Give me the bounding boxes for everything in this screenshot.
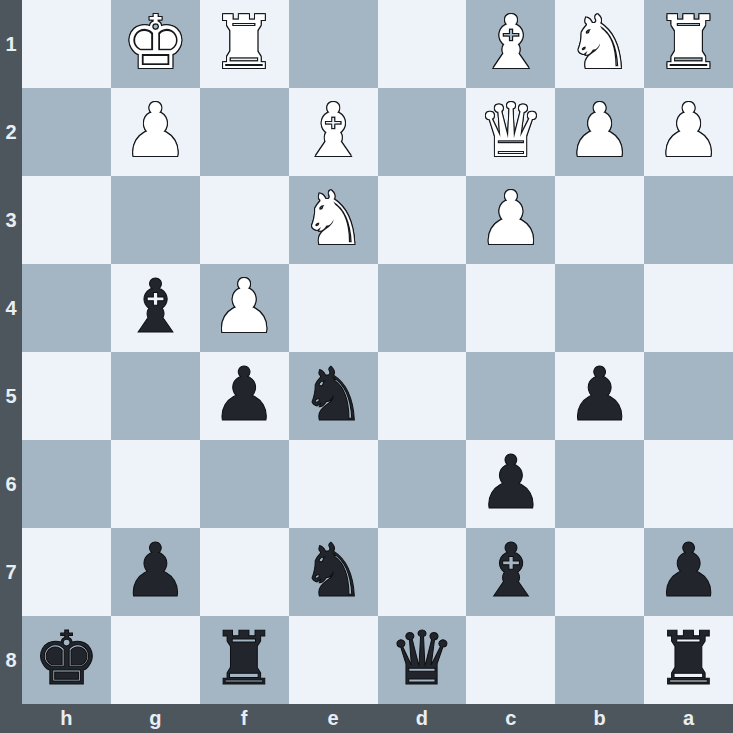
black-knight-icon[interactable]: ♞ xyxy=(300,533,366,607)
black-bishop-icon[interactable]: ♝ xyxy=(478,533,544,607)
rank-label-8: 8 xyxy=(0,616,22,704)
square-e8[interactable] xyxy=(289,616,378,704)
square-h1[interactable] xyxy=(22,0,111,88)
file-label-f: f xyxy=(200,704,289,733)
square-b6[interactable] xyxy=(555,440,644,528)
file-label-c: c xyxy=(466,704,555,733)
chessboard: ♚♜♝♞♜♟♝♛♟♟♞♟♝♟♟♞♟♟♟♞♝♟♚♜♛♜ xyxy=(22,0,733,704)
black-pawn-icon[interactable]: ♟ xyxy=(122,533,188,607)
black-queen-icon[interactable]: ♛ xyxy=(389,621,455,695)
rank-label-4: 4 xyxy=(0,264,22,352)
file-label-e: e xyxy=(289,704,378,733)
black-rook-icon[interactable]: ♜ xyxy=(211,621,277,695)
square-e6[interactable] xyxy=(289,440,378,528)
square-b5[interactable]: ♟ xyxy=(555,352,644,440)
square-e2[interactable]: ♝ xyxy=(289,88,378,176)
square-a2[interactable]: ♟ xyxy=(644,88,733,176)
square-e1[interactable] xyxy=(289,0,378,88)
square-c3[interactable]: ♟ xyxy=(466,176,555,264)
black-pawn-icon[interactable]: ♟ xyxy=(567,357,633,431)
black-pawn-icon[interactable]: ♟ xyxy=(655,533,721,607)
rank-label-7: 7 xyxy=(0,528,22,616)
rank-label-5: 5 xyxy=(0,352,22,440)
square-f5[interactable]: ♟ xyxy=(200,352,289,440)
square-b2[interactable]: ♟ xyxy=(555,88,644,176)
square-a4[interactable] xyxy=(644,264,733,352)
square-d3[interactable] xyxy=(378,176,467,264)
white-rook-icon[interactable]: ♜ xyxy=(655,5,721,79)
square-h8[interactable]: ♚ xyxy=(22,616,111,704)
square-d8[interactable]: ♛ xyxy=(378,616,467,704)
square-e7[interactable]: ♞ xyxy=(289,528,378,616)
square-a1[interactable]: ♜ xyxy=(644,0,733,88)
square-b8[interactable] xyxy=(555,616,644,704)
square-c7[interactable]: ♝ xyxy=(466,528,555,616)
square-f1[interactable]: ♜ xyxy=(200,0,289,88)
square-f6[interactable] xyxy=(200,440,289,528)
square-c2[interactable]: ♛ xyxy=(466,88,555,176)
white-pawn-icon[interactable]: ♟ xyxy=(655,93,721,167)
file-label-h: h xyxy=(22,704,111,733)
square-g7[interactable]: ♟ xyxy=(111,528,200,616)
square-h3[interactable] xyxy=(22,176,111,264)
square-g3[interactable] xyxy=(111,176,200,264)
rank-label-2: 2 xyxy=(0,88,22,176)
white-pawn-icon[interactable]: ♟ xyxy=(567,93,633,167)
square-d1[interactable] xyxy=(378,0,467,88)
black-rook-icon[interactable]: ♜ xyxy=(655,621,721,695)
chess-diagram: 12345678 ♚♜♝♞♜♟♝♛♟♟♞♟♝♟♟♞♟♟♟♞♝♟♚♜♛♜ hgfe… xyxy=(0,0,733,733)
square-g2[interactable]: ♟ xyxy=(111,88,200,176)
black-knight-icon[interactable]: ♞ xyxy=(300,357,366,431)
square-f3[interactable] xyxy=(200,176,289,264)
square-d4[interactable] xyxy=(378,264,467,352)
white-pawn-icon[interactable]: ♟ xyxy=(211,269,277,343)
rank-label-6: 6 xyxy=(0,440,22,528)
square-c5[interactable] xyxy=(466,352,555,440)
square-h6[interactable] xyxy=(22,440,111,528)
square-b4[interactable] xyxy=(555,264,644,352)
white-knight-icon[interactable]: ♞ xyxy=(300,181,366,255)
square-b1[interactable]: ♞ xyxy=(555,0,644,88)
rank-label-3: 3 xyxy=(0,176,22,264)
square-c1[interactable]: ♝ xyxy=(466,0,555,88)
square-a8[interactable]: ♜ xyxy=(644,616,733,704)
square-a3[interactable] xyxy=(644,176,733,264)
square-b3[interactable] xyxy=(555,176,644,264)
square-d5[interactable] xyxy=(378,352,467,440)
square-f7[interactable] xyxy=(200,528,289,616)
square-h2[interactable] xyxy=(22,88,111,176)
file-label-g: g xyxy=(111,704,200,733)
white-rook-icon[interactable]: ♜ xyxy=(211,5,277,79)
file-label-b: b xyxy=(555,704,644,733)
black-king-icon[interactable]: ♚ xyxy=(33,621,99,695)
white-pawn-icon[interactable]: ♟ xyxy=(122,93,188,167)
white-knight-icon[interactable]: ♞ xyxy=(567,5,633,79)
square-h4[interactable] xyxy=(22,264,111,352)
square-g6[interactable] xyxy=(111,440,200,528)
square-h5[interactable] xyxy=(22,352,111,440)
square-a7[interactable]: ♟ xyxy=(644,528,733,616)
square-c4[interactable] xyxy=(466,264,555,352)
black-pawn-icon[interactable]: ♟ xyxy=(211,357,277,431)
rank-label-1: 1 xyxy=(0,0,22,88)
file-label-a: a xyxy=(644,704,733,733)
square-g4[interactable]: ♝ xyxy=(111,264,200,352)
square-f2[interactable] xyxy=(200,88,289,176)
file-labels-gutter: hgfedcba xyxy=(22,704,733,733)
square-d2[interactable] xyxy=(378,88,467,176)
square-e4[interactable] xyxy=(289,264,378,352)
square-b7[interactable] xyxy=(555,528,644,616)
square-a6[interactable] xyxy=(644,440,733,528)
square-f8[interactable]: ♜ xyxy=(200,616,289,704)
black-pawn-icon[interactable]: ♟ xyxy=(478,445,544,519)
square-a5[interactable] xyxy=(644,352,733,440)
square-g5[interactable] xyxy=(111,352,200,440)
square-c6[interactable]: ♟ xyxy=(466,440,555,528)
square-g1[interactable]: ♚ xyxy=(111,0,200,88)
white-bishop-icon[interactable]: ♝ xyxy=(300,93,366,167)
square-f4[interactable]: ♟ xyxy=(200,264,289,352)
black-bishop-icon[interactable]: ♝ xyxy=(122,269,188,343)
white-king-icon[interactable]: ♚ xyxy=(122,5,188,79)
square-e5[interactable]: ♞ xyxy=(289,352,378,440)
square-e3[interactable]: ♞ xyxy=(289,176,378,264)
white-bishop-icon[interactable]: ♝ xyxy=(478,5,544,79)
white-pawn-icon[interactable]: ♟ xyxy=(478,181,544,255)
rank-labels-gutter: 12345678 xyxy=(0,0,22,704)
square-d6[interactable] xyxy=(378,440,467,528)
square-c8[interactable] xyxy=(466,616,555,704)
white-queen-icon[interactable]: ♛ xyxy=(478,93,544,167)
square-g8[interactable] xyxy=(111,616,200,704)
square-h7[interactable] xyxy=(22,528,111,616)
file-label-d: d xyxy=(378,704,467,733)
square-d7[interactable] xyxy=(378,528,467,616)
